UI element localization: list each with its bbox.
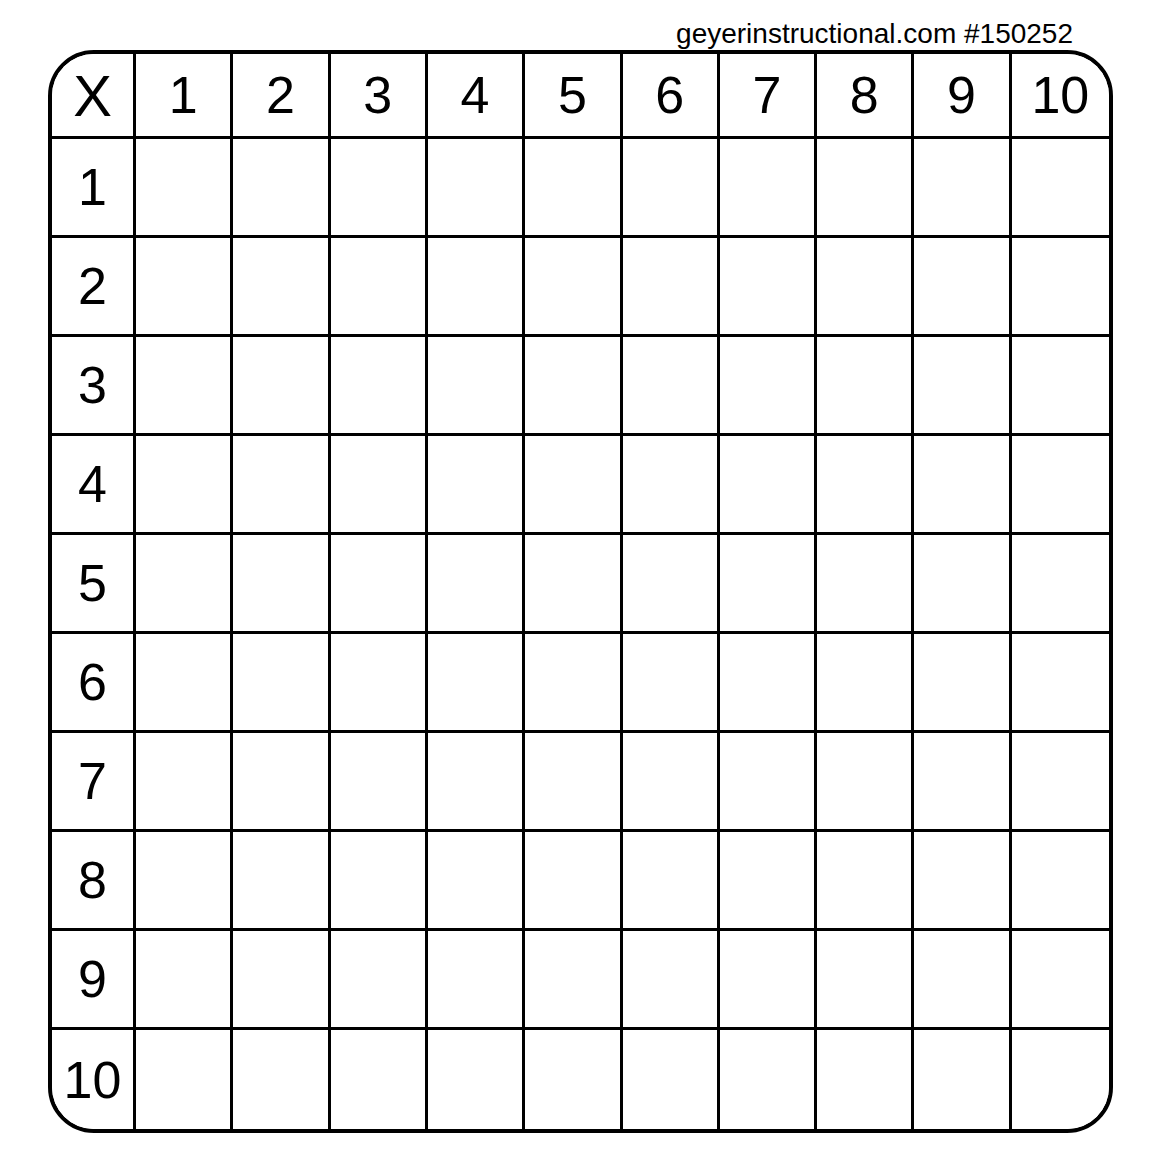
- col-header-1: 1: [136, 54, 233, 139]
- product-cell-2x1[interactable]: [136, 238, 233, 337]
- col-header-3: 3: [331, 54, 428, 139]
- product-cell-7x2[interactable]: [233, 733, 330, 832]
- product-cell-1x4[interactable]: [428, 139, 525, 238]
- product-cell-7x9[interactable]: [914, 733, 1011, 832]
- product-cell-5x5[interactable]: [525, 535, 622, 634]
- product-cell-3x4[interactable]: [428, 337, 525, 436]
- product-cell-8x9[interactable]: [914, 832, 1011, 931]
- product-cell-10x7[interactable]: [720, 1030, 817, 1129]
- row-header-5: 5: [52, 535, 136, 634]
- product-cell-3x2[interactable]: [233, 337, 330, 436]
- product-cell-7x4[interactable]: [428, 733, 525, 832]
- product-cell-1x9[interactable]: [914, 139, 1011, 238]
- col-header-10: 10: [1012, 54, 1109, 139]
- product-cell-10x1[interactable]: [136, 1030, 233, 1129]
- product-cell-5x1[interactable]: [136, 535, 233, 634]
- product-cell-5x10[interactable]: [1012, 535, 1109, 634]
- product-cell-8x7[interactable]: [720, 832, 817, 931]
- product-cell-6x3[interactable]: [331, 634, 428, 733]
- product-cell-4x5[interactable]: [525, 436, 622, 535]
- product-cell-4x9[interactable]: [914, 436, 1011, 535]
- product-cell-1x10[interactable]: [1012, 139, 1109, 238]
- product-cell-6x4[interactable]: [428, 634, 525, 733]
- product-cell-3x1[interactable]: [136, 337, 233, 436]
- product-cell-10x5[interactable]: [525, 1030, 622, 1129]
- product-cell-2x9[interactable]: [914, 238, 1011, 337]
- product-cell-1x1[interactable]: [136, 139, 233, 238]
- product-cell-9x2[interactable]: [233, 931, 330, 1030]
- product-cell-9x1[interactable]: [136, 931, 233, 1030]
- product-cell-5x9[interactable]: [914, 535, 1011, 634]
- product-cell-4x4[interactable]: [428, 436, 525, 535]
- product-cell-7x5[interactable]: [525, 733, 622, 832]
- product-cell-3x10[interactable]: [1012, 337, 1109, 436]
- col-header-6: 6: [623, 54, 720, 139]
- product-cell-1x5[interactable]: [525, 139, 622, 238]
- row-header-4: 4: [52, 436, 136, 535]
- product-cell-9x8[interactable]: [817, 931, 914, 1030]
- product-cell-5x7[interactable]: [720, 535, 817, 634]
- operator-cell: X: [52, 54, 136, 139]
- col-header-8: 8: [817, 54, 914, 139]
- product-cell-4x8[interactable]: [817, 436, 914, 535]
- product-cell-10x9[interactable]: [914, 1030, 1011, 1129]
- row-header-1: 1: [52, 139, 136, 238]
- product-cell-3x8[interactable]: [817, 337, 914, 436]
- row-header-7: 7: [52, 733, 136, 832]
- product-cell-3x5[interactable]: [525, 337, 622, 436]
- product-cell-10x8[interactable]: [817, 1030, 914, 1129]
- product-cell-5x3[interactable]: [331, 535, 428, 634]
- product-cell-9x4[interactable]: [428, 931, 525, 1030]
- product-cell-9x5[interactable]: [525, 931, 622, 1030]
- product-cell-1x6[interactable]: [623, 139, 720, 238]
- product-cell-7x1[interactable]: [136, 733, 233, 832]
- product-cell-6x9[interactable]: [914, 634, 1011, 733]
- product-cell-4x3[interactable]: [331, 436, 428, 535]
- product-cell-8x10[interactable]: [1012, 832, 1109, 931]
- product-cell-4x10[interactable]: [1012, 436, 1109, 535]
- product-cell-8x6[interactable]: [623, 832, 720, 931]
- product-cell-7x10[interactable]: [1012, 733, 1109, 832]
- col-header-9: 9: [914, 54, 1011, 139]
- product-cell-9x6[interactable]: [623, 931, 720, 1030]
- product-cell-2x10[interactable]: [1012, 238, 1109, 337]
- product-cell-9x9[interactable]: [914, 931, 1011, 1030]
- product-cell-1x7[interactable]: [720, 139, 817, 238]
- product-cell-6x8[interactable]: [817, 634, 914, 733]
- product-cell-7x6[interactable]: [623, 733, 720, 832]
- product-cell-2x4[interactable]: [428, 238, 525, 337]
- product-cell-2x2[interactable]: [233, 238, 330, 337]
- product-cell-2x7[interactable]: [720, 238, 817, 337]
- product-cell-8x4[interactable]: [428, 832, 525, 931]
- row-header-2: 2: [52, 238, 136, 337]
- product-cell-6x1[interactable]: [136, 634, 233, 733]
- product-cell-10x4[interactable]: [428, 1030, 525, 1129]
- product-cell-9x7[interactable]: [720, 931, 817, 1030]
- product-cell-5x6[interactable]: [623, 535, 720, 634]
- product-cell-1x2[interactable]: [233, 139, 330, 238]
- product-cell-8x2[interactable]: [233, 832, 330, 931]
- product-cell-10x2[interactable]: [233, 1030, 330, 1129]
- row-header-6: 6: [52, 634, 136, 733]
- worksheet-page: geyerinstructional.com #150252 X12345678…: [0, 0, 1161, 1161]
- product-cell-9x3[interactable]: [331, 931, 428, 1030]
- product-cell-6x10[interactable]: [1012, 634, 1109, 733]
- product-cell-7x3[interactable]: [331, 733, 428, 832]
- product-cell-4x6[interactable]: [623, 436, 720, 535]
- product-cell-5x2[interactable]: [233, 535, 330, 634]
- product-cell-6x7[interactable]: [720, 634, 817, 733]
- product-cell-10x3[interactable]: [331, 1030, 428, 1129]
- col-header-4: 4: [428, 54, 525, 139]
- product-cell-5x4[interactable]: [428, 535, 525, 634]
- watermark-text: geyerinstructional.com #150252: [676, 20, 1073, 48]
- product-cell-6x2[interactable]: [233, 634, 330, 733]
- product-cell-8x3[interactable]: [331, 832, 428, 931]
- product-cell-10x6[interactable]: [623, 1030, 720, 1129]
- product-cell-3x9[interactable]: [914, 337, 1011, 436]
- product-cell-4x2[interactable]: [233, 436, 330, 535]
- product-cell-7x8[interactable]: [817, 733, 914, 832]
- product-cell-3x7[interactable]: [720, 337, 817, 436]
- product-cell-9x10[interactable]: [1012, 931, 1109, 1030]
- product-cell-3x6[interactable]: [623, 337, 720, 436]
- product-cell-8x1[interactable]: [136, 832, 233, 931]
- col-header-7: 7: [720, 54, 817, 139]
- product-cell-4x7[interactable]: [720, 436, 817, 535]
- product-cell-1x3[interactable]: [331, 139, 428, 238]
- col-header-5: 5: [525, 54, 622, 139]
- row-header-9: 9: [52, 931, 136, 1030]
- product-cell-2x6[interactable]: [623, 238, 720, 337]
- multiplication-grid: X1234567891012345678910: [48, 50, 1113, 1133]
- col-header-2: 2: [233, 54, 330, 139]
- row-header-8: 8: [52, 832, 136, 931]
- product-cell-7x7[interactable]: [720, 733, 817, 832]
- row-header-10: 10: [52, 1030, 136, 1129]
- product-cell-10x10[interactable]: [1012, 1030, 1109, 1129]
- product-cell-2x3[interactable]: [331, 238, 428, 337]
- product-cell-1x8[interactable]: [817, 139, 914, 238]
- product-cell-2x5[interactable]: [525, 238, 622, 337]
- product-cell-8x5[interactable]: [525, 832, 622, 931]
- product-cell-6x6[interactable]: [623, 634, 720, 733]
- product-cell-6x5[interactable]: [525, 634, 622, 733]
- product-cell-3x3[interactable]: [331, 337, 428, 436]
- row-header-3: 3: [52, 337, 136, 436]
- product-cell-8x8[interactable]: [817, 832, 914, 931]
- product-cell-5x8[interactable]: [817, 535, 914, 634]
- product-cell-2x8[interactable]: [817, 238, 914, 337]
- product-cell-4x1[interactable]: [136, 436, 233, 535]
